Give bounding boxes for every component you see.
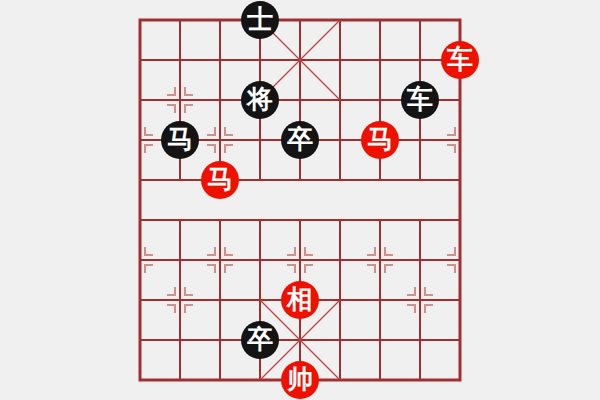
- piece-black-soldier-2[interactable]: 卒: [241, 321, 279, 359]
- piece-red-elephant[interactable]: 相: [281, 281, 319, 319]
- piece-red-horse-2[interactable]: 马: [201, 161, 239, 199]
- piece-red-general[interactable]: 帅: [281, 361, 319, 399]
- piece-black-general[interactable]: 将: [241, 81, 279, 119]
- piece-red-horse[interactable]: 马: [361, 121, 399, 159]
- pieces-layer: 士车将车马卒马马相卒帅: [0, 0, 600, 400]
- piece-black-horse[interactable]: 马: [161, 121, 199, 159]
- piece-black-advisor[interactable]: 士: [241, 1, 279, 39]
- xiangqi-board-area: 士车将车马卒马马相卒帅: [0, 0, 600, 400]
- piece-black-soldier[interactable]: 卒: [281, 121, 319, 159]
- piece-red-chariot[interactable]: 车: [441, 41, 479, 79]
- piece-black-chariot[interactable]: 车: [401, 81, 439, 119]
